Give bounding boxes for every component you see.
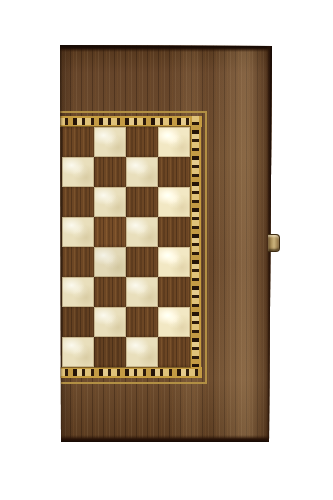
- frame-pinstripe-top: [59, 111, 207, 113]
- case-top-edge: [59, 45, 272, 52]
- board-square-r6-c2: [94, 277, 126, 307]
- board-square-r8-c3: [126, 337, 158, 367]
- case-bottom-edge: [59, 435, 272, 442]
- board-square-r4-c1: [62, 217, 94, 247]
- board-square-r8-c2: [94, 337, 126, 367]
- board-square-r1-c1: [62, 127, 94, 157]
- board-square-r4-c3: [126, 217, 158, 247]
- board-square-r8-c4: [158, 337, 190, 367]
- board-square-r3-c4: [158, 187, 190, 217]
- clasp-latch-icon: [268, 234, 280, 252]
- frame-pinstripe-bottom: [59, 382, 207, 384]
- board-square-r5-c1: [62, 247, 94, 277]
- board-square-r7-c3: [126, 307, 158, 337]
- chessboard-grid: [62, 127, 190, 367]
- board-square-r1-c4: [158, 127, 190, 157]
- board-square-r2-c1: [62, 157, 94, 187]
- board-square-r7-c4: [158, 307, 190, 337]
- board-square-r1-c2: [94, 127, 126, 157]
- board-square-r7-c2: [94, 307, 126, 337]
- board-square-r7-c1: [62, 307, 94, 337]
- board-square-r5-c2: [94, 247, 126, 277]
- board-square-r5-c4: [158, 247, 190, 277]
- frame-mosaic-band-right: [190, 116, 201, 378]
- frame-mosaic-band-top: [59, 116, 202, 127]
- photo-stage: [0, 0, 333, 500]
- board-square-r2-c4: [158, 157, 190, 187]
- board-square-r6-c3: [126, 277, 158, 307]
- board-square-r3-c2: [94, 187, 126, 217]
- board-square-r1-c3: [126, 127, 158, 157]
- board-square-r2-c2: [94, 157, 126, 187]
- board-square-r5-c3: [126, 247, 158, 277]
- board-square-r6-c4: [158, 277, 190, 307]
- board-square-r2-c3: [126, 157, 158, 187]
- board-square-r3-c3: [126, 187, 158, 217]
- board-square-r6-c1: [62, 277, 94, 307]
- game-case-lid: [59, 45, 272, 442]
- board-square-r4-c4: [158, 217, 190, 247]
- board-square-r3-c1: [62, 187, 94, 217]
- frame-mosaic-band-bottom: [59, 367, 202, 378]
- board-square-r4-c2: [94, 217, 126, 247]
- board-square-r8-c1: [62, 337, 94, 367]
- frame-pinstripe-right: [205, 111, 207, 384]
